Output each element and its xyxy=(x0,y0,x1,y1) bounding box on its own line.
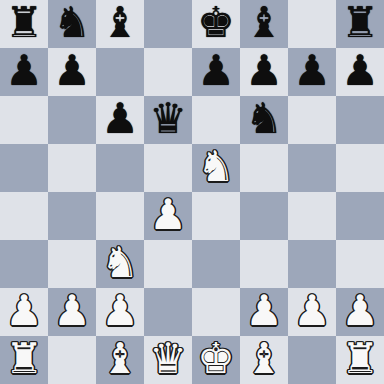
square-e6[interactable] xyxy=(192,96,240,144)
black-pawn[interactable]: ♟ xyxy=(197,47,235,95)
black-pawn[interactable]: ♟ xyxy=(53,47,91,95)
black-king[interactable]: ♚ xyxy=(197,0,235,47)
square-e7[interactable]: ♟ xyxy=(192,48,240,96)
square-b4[interactable] xyxy=(48,192,96,240)
white-pawn[interactable]: ♟ xyxy=(101,287,139,335)
square-d2[interactable] xyxy=(144,288,192,336)
square-h7[interactable]: ♟ xyxy=(336,48,384,96)
black-knight[interactable]: ♞ xyxy=(245,95,283,143)
square-b3[interactable] xyxy=(48,240,96,288)
square-e8[interactable]: ♚ xyxy=(192,0,240,48)
square-d8[interactable] xyxy=(144,0,192,48)
square-h6[interactable] xyxy=(336,96,384,144)
square-g7[interactable]: ♟ xyxy=(288,48,336,96)
white-rook[interactable]: ♜ xyxy=(341,335,379,383)
square-h2[interactable]: ♟ xyxy=(336,288,384,336)
square-h1[interactable]: ♜ xyxy=(336,336,384,384)
white-pawn[interactable]: ♟ xyxy=(53,287,91,335)
square-b6[interactable] xyxy=(48,96,96,144)
square-f3[interactable] xyxy=(240,240,288,288)
square-h5[interactable] xyxy=(336,144,384,192)
square-e2[interactable] xyxy=(192,288,240,336)
square-d7[interactable] xyxy=(144,48,192,96)
square-g2[interactable]: ♟ xyxy=(288,288,336,336)
square-d6[interactable]: ♛ xyxy=(144,96,192,144)
square-f5[interactable] xyxy=(240,144,288,192)
square-a6[interactable] xyxy=(0,96,48,144)
square-c3[interactable]: ♞ xyxy=(96,240,144,288)
square-f7[interactable]: ♟ xyxy=(240,48,288,96)
square-e1[interactable]: ♚ xyxy=(192,336,240,384)
black-bishop[interactable]: ♝ xyxy=(245,0,283,47)
white-bishop[interactable]: ♝ xyxy=(101,335,139,383)
black-pawn[interactable]: ♟ xyxy=(5,47,43,95)
white-bishop[interactable]: ♝ xyxy=(245,335,283,383)
square-c6[interactable]: ♟ xyxy=(96,96,144,144)
square-b7[interactable]: ♟ xyxy=(48,48,96,96)
black-pawn[interactable]: ♟ xyxy=(101,95,139,143)
black-queen[interactable]: ♛ xyxy=(149,95,187,143)
square-g4[interactable] xyxy=(288,192,336,240)
white-pawn[interactable]: ♟ xyxy=(149,191,187,239)
square-b8[interactable]: ♞ xyxy=(48,0,96,48)
black-rook[interactable]: ♜ xyxy=(5,0,43,47)
white-king[interactable]: ♚ xyxy=(197,335,235,383)
black-pawn[interactable]: ♟ xyxy=(245,47,283,95)
square-g3[interactable] xyxy=(288,240,336,288)
square-a3[interactable] xyxy=(0,240,48,288)
white-pawn[interactable]: ♟ xyxy=(5,287,43,335)
square-g5[interactable] xyxy=(288,144,336,192)
square-d1[interactable]: ♛ xyxy=(144,336,192,384)
square-a2[interactable]: ♟ xyxy=(0,288,48,336)
square-f2[interactable]: ♟ xyxy=(240,288,288,336)
white-pawn[interactable]: ♟ xyxy=(341,287,379,335)
white-knight[interactable]: ♞ xyxy=(197,143,235,191)
square-c4[interactable] xyxy=(96,192,144,240)
black-bishop[interactable]: ♝ xyxy=(101,0,139,47)
white-pawn[interactable]: ♟ xyxy=(245,287,283,335)
square-h4[interactable] xyxy=(336,192,384,240)
chess-board-container: ♜♞♝♚♝♜♟♟♟♟♟♟♟♛♞♞♟♞♟♟♟♟♟♟♜♝♛♚♝♜ xyxy=(0,0,384,384)
black-pawn[interactable]: ♟ xyxy=(341,47,379,95)
square-d5[interactable] xyxy=(144,144,192,192)
chess-board: ♜♞♝♚♝♜♟♟♟♟♟♟♟♛♞♞♟♞♟♟♟♟♟♟♜♝♛♚♝♜ xyxy=(0,0,384,384)
square-b1[interactable] xyxy=(48,336,96,384)
square-f4[interactable] xyxy=(240,192,288,240)
square-e4[interactable] xyxy=(192,192,240,240)
square-a8[interactable]: ♜ xyxy=(0,0,48,48)
square-g6[interactable] xyxy=(288,96,336,144)
square-b5[interactable] xyxy=(48,144,96,192)
square-c7[interactable] xyxy=(96,48,144,96)
square-c1[interactable]: ♝ xyxy=(96,336,144,384)
black-rook[interactable]: ♜ xyxy=(341,0,379,47)
square-e5[interactable]: ♞ xyxy=(192,144,240,192)
square-b2[interactable]: ♟ xyxy=(48,288,96,336)
square-a4[interactable] xyxy=(0,192,48,240)
square-f1[interactable]: ♝ xyxy=(240,336,288,384)
white-rook[interactable]: ♜ xyxy=(5,335,43,383)
square-c8[interactable]: ♝ xyxy=(96,0,144,48)
white-queen[interactable]: ♛ xyxy=(149,335,187,383)
black-knight[interactable]: ♞ xyxy=(53,0,91,47)
white-pawn[interactable]: ♟ xyxy=(293,287,331,335)
square-c2[interactable]: ♟ xyxy=(96,288,144,336)
square-d4[interactable]: ♟ xyxy=(144,192,192,240)
square-a1[interactable]: ♜ xyxy=(0,336,48,384)
square-g1[interactable] xyxy=(288,336,336,384)
square-d3[interactable] xyxy=(144,240,192,288)
square-h3[interactable] xyxy=(336,240,384,288)
square-a7[interactable]: ♟ xyxy=(0,48,48,96)
square-e3[interactable] xyxy=(192,240,240,288)
square-h8[interactable]: ♜ xyxy=(336,0,384,48)
square-g8[interactable] xyxy=(288,0,336,48)
black-pawn[interactable]: ♟ xyxy=(293,47,331,95)
square-c5[interactable] xyxy=(96,144,144,192)
white-knight[interactable]: ♞ xyxy=(101,239,139,287)
square-f6[interactable]: ♞ xyxy=(240,96,288,144)
square-f8[interactable]: ♝ xyxy=(240,0,288,48)
square-a5[interactable] xyxy=(0,144,48,192)
